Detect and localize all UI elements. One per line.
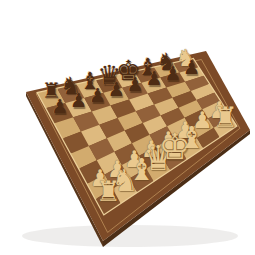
chess-set-photo: ♜♞♝♛♚♝♞♞♟♟♟♟♟♟♟♟♟♟♟♟♟♟♟♟♜♞♝♛♚♝♜ <box>0 0 255 255</box>
chess-board <box>0 0 255 255</box>
board-shadow <box>22 225 238 247</box>
